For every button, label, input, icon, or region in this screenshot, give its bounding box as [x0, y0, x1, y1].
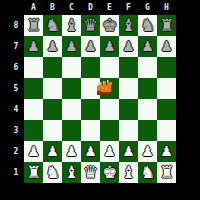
square-c2[interactable]: ♟ [62, 141, 81, 162]
piece-black-knight-b8[interactable]: ♞ [43, 15, 62, 36]
file-label-c: C [62, 2, 81, 13]
square-h2[interactable]: ♟ [157, 141, 176, 162]
piece-black-pawn-g7[interactable]: ♟ [138, 36, 157, 57]
square-f8[interactable]: ♝ [119, 15, 138, 36]
square-a6[interactable] [24, 57, 43, 78]
square-a4[interactable] [24, 99, 43, 120]
piece-black-knight-g8[interactable]: ♞ [138, 15, 157, 36]
square-b8[interactable]: ♞ [43, 15, 62, 36]
piece-black-bishop-f8[interactable]: ♝ [119, 15, 138, 36]
square-h1[interactable]: ♜ [157, 162, 176, 183]
square-h3[interactable] [157, 120, 176, 141]
piece-black-rook-a8[interactable]: ♜ [24, 15, 43, 36]
square-e2[interactable]: ♟ [100, 141, 119, 162]
square-d4[interactable] [81, 99, 100, 120]
piece-white-knight-g1[interactable]: ♞ [138, 162, 157, 183]
square-b1[interactable]: ♞ [43, 162, 62, 183]
piece-white-king-e1[interactable]: ♚ [100, 162, 119, 183]
piece-black-king-e8[interactable]: ♚ [100, 15, 119, 36]
square-d8[interactable]: ♛ [81, 15, 100, 36]
square-c7[interactable]: ♟ [62, 36, 81, 57]
square-e8[interactable]: ♚ [100, 15, 119, 36]
square-f4[interactable] [119, 99, 138, 120]
square-a5[interactable] [24, 78, 43, 99]
piece-black-pawn-f7[interactable]: ♟ [119, 36, 138, 57]
square-h7[interactable]: ♟ [157, 36, 176, 57]
square-f1[interactable]: ♝ [119, 162, 138, 183]
piece-white-pawn-b2[interactable]: ♟ [43, 141, 62, 162]
square-b3[interactable] [43, 120, 62, 141]
square-b7[interactable]: ♟ [43, 36, 62, 57]
square-d7[interactable]: ♟ [81, 36, 100, 57]
square-d6[interactable] [81, 57, 100, 78]
square-g2[interactable]: ♟ [138, 141, 157, 162]
file-label-d: D [81, 2, 100, 13]
rank-label-4: 4 [10, 99, 22, 120]
piece-white-pawn-e2[interactable]: ♟ [100, 141, 119, 162]
piece-black-pawn-h7[interactable]: ♟ [157, 36, 176, 57]
piece-black-queen-d8[interactable]: ♛ [81, 15, 100, 36]
piece-white-bishop-c1[interactable]: ♝ [62, 162, 81, 183]
square-e7[interactable]: ♟ [100, 36, 119, 57]
square-a1[interactable]: ♜ [24, 162, 43, 183]
square-d2[interactable]: ♟ [81, 141, 100, 162]
square-c8[interactable]: ♝ [62, 15, 81, 36]
piece-white-rook-h1[interactable]: ♜ [157, 162, 176, 183]
rank-label-7: 7 [10, 36, 22, 57]
square-d3[interactable] [81, 120, 100, 141]
square-f7[interactable]: ♟ [119, 36, 138, 57]
piece-black-pawn-d7[interactable]: ♟ [81, 36, 100, 57]
square-e6[interactable] [100, 57, 119, 78]
square-c1[interactable]: ♝ [62, 162, 81, 183]
file-label-a: A [24, 2, 43, 13]
square-h5[interactable] [157, 78, 176, 99]
square-f3[interactable] [119, 120, 138, 141]
file-label-h: H [157, 2, 176, 13]
square-f5[interactable] [119, 78, 138, 99]
square-e3[interactable] [100, 120, 119, 141]
piece-white-pawn-g2[interactable]: ♟ [138, 141, 157, 162]
piece-black-rook-h8[interactable]: ♜ [157, 15, 176, 36]
square-a2[interactable]: ♟ [24, 141, 43, 162]
square-g7[interactable]: ♟ [138, 36, 157, 57]
square-g4[interactable] [138, 99, 157, 120]
piece-black-pawn-b7[interactable]: ♟ [43, 36, 62, 57]
square-f6[interactable] [119, 57, 138, 78]
square-a7[interactable]: ♟ [24, 36, 43, 57]
square-d1[interactable]: ♛ [81, 162, 100, 183]
piece-white-rook-a1[interactable]: ♜ [24, 162, 43, 183]
square-b4[interactable] [43, 99, 62, 120]
piece-white-pawn-f2[interactable]: ♟ [119, 141, 138, 162]
piece-white-pawn-d2[interactable]: ♟ [81, 141, 100, 162]
square-g3[interactable] [138, 120, 157, 141]
square-c3[interactable] [62, 120, 81, 141]
piece-white-queen-d1[interactable]: ♛ [81, 162, 100, 183]
file-label-f: F [119, 2, 138, 13]
rank-label-1: 1 [10, 162, 22, 183]
rank-labels: 87654321 [10, 15, 22, 183]
piece-white-pawn-a2[interactable]: ♟ [24, 141, 43, 162]
chess-board: ♜♞♝♛♚♝♞♜♟♟♟♟♟♟♟♟♟♟♟♟♟♟♟♟♜♞♝♛♚♝♞♜ [24, 15, 176, 183]
rank-label-2: 2 [10, 141, 22, 162]
square-g6[interactable] [138, 57, 157, 78]
piece-black-pawn-a7[interactable]: ♟ [24, 36, 43, 57]
file-label-e: E [100, 2, 119, 13]
file-label-b: B [43, 2, 62, 13]
square-e4[interactable] [100, 99, 119, 120]
piece-black-pawn-e7[interactable]: ♟ [100, 36, 119, 57]
square-b5[interactable] [43, 78, 62, 99]
square-g8[interactable]: ♞ [138, 15, 157, 36]
square-h6[interactable] [157, 57, 176, 78]
piece-white-pawn-h2[interactable]: ♟ [157, 141, 176, 162]
square-h8[interactable]: ♜ [157, 15, 176, 36]
rank-label-6: 6 [10, 57, 22, 78]
square-g5[interactable] [138, 78, 157, 99]
square-a8[interactable]: ♜ [24, 15, 43, 36]
square-b2[interactable]: ♟ [43, 141, 62, 162]
square-h4[interactable] [157, 99, 176, 120]
rank-label-3: 3 [10, 120, 22, 141]
rank-label-8: 8 [10, 15, 22, 36]
file-label-g: G [138, 2, 157, 13]
square-b6[interactable] [43, 57, 62, 78]
square-g1[interactable]: ♞ [138, 162, 157, 183]
square-e1[interactable]: ♚ [100, 162, 119, 183]
file-labels: ABCDEFGH [24, 2, 176, 13]
piece-black-bishop-c8[interactable]: ♝ [62, 15, 81, 36]
hand-cursor-icon[interactable] [97, 80, 113, 96]
piece-white-pawn-c2[interactable]: ♟ [62, 141, 81, 162]
square-f2[interactable]: ♟ [119, 141, 138, 162]
square-c6[interactable] [62, 57, 81, 78]
piece-white-knight-b1[interactable]: ♞ [43, 162, 62, 183]
rank-label-5: 5 [10, 78, 22, 99]
square-c4[interactable] [62, 99, 81, 120]
square-c5[interactable] [62, 78, 81, 99]
game-screen: ABCDEFGH 87654321 ♜♞♝♛♚♝♞♜♟♟♟♟♟♟♟♟♟♟♟♟♟♟… [0, 0, 200, 200]
piece-black-pawn-c7[interactable]: ♟ [62, 36, 81, 57]
square-a3[interactable] [24, 120, 43, 141]
piece-white-bishop-f1[interactable]: ♝ [119, 162, 138, 183]
